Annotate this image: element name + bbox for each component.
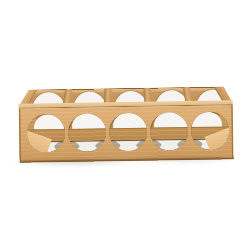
bottle-hole [67,113,106,152]
bottle-hole [108,113,147,152]
bottle-hole [190,111,229,150]
front-panel [19,105,234,162]
drop-shadow [118,155,234,164]
bottle-hole [149,112,188,151]
bottle-hole [26,114,65,153]
product-photo-canvas [0,0,250,250]
wine-rack [18,86,233,163]
